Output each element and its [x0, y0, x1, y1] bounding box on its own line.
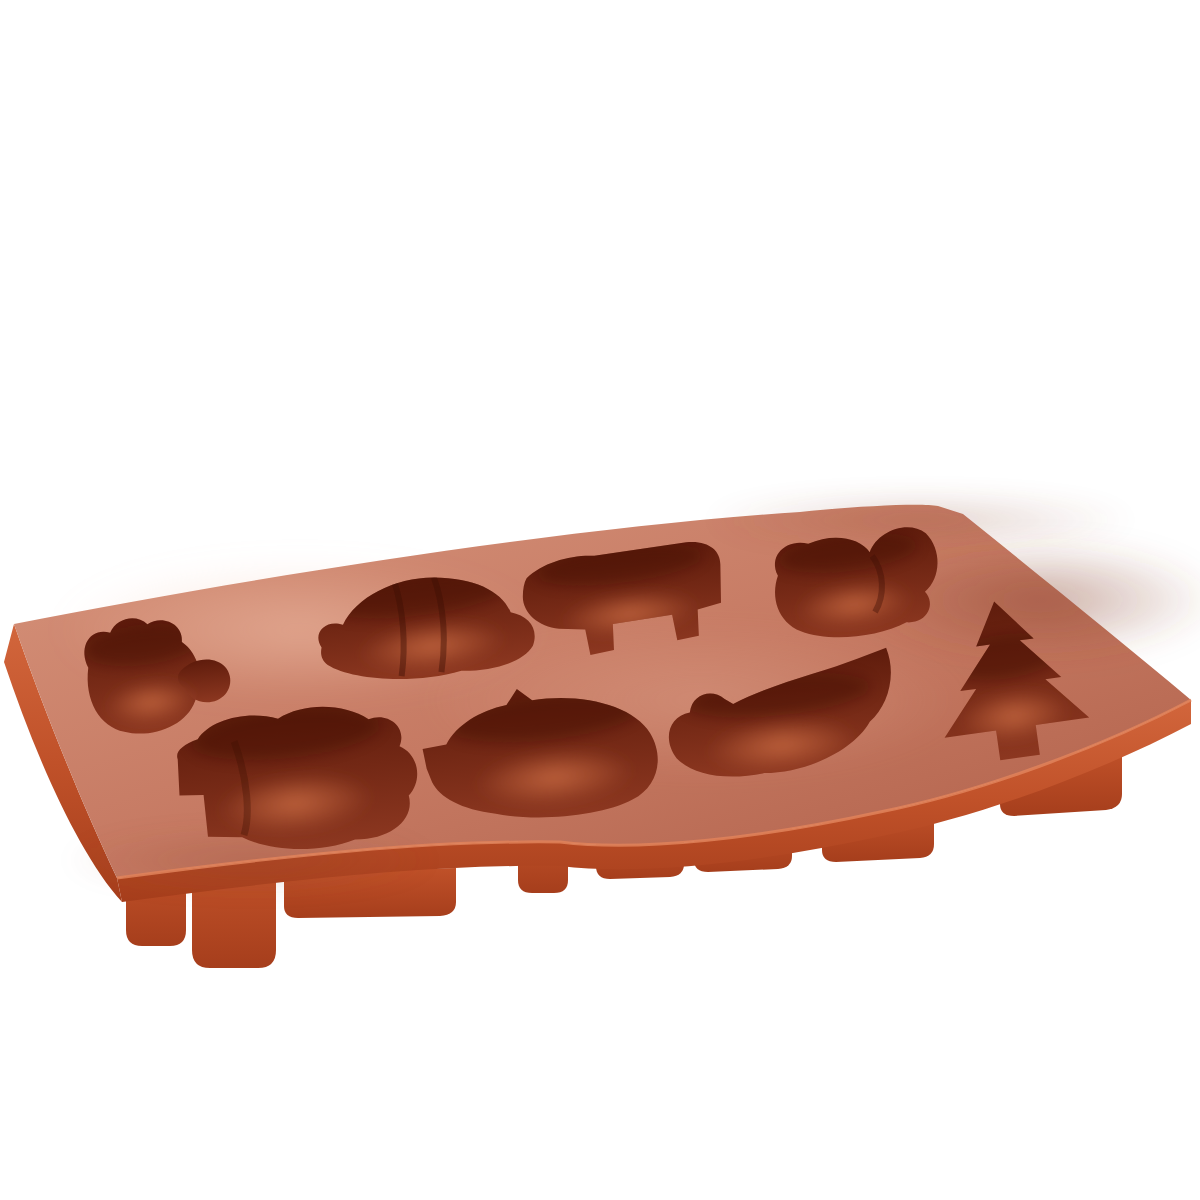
product-photo-stage	[0, 0, 1200, 1200]
